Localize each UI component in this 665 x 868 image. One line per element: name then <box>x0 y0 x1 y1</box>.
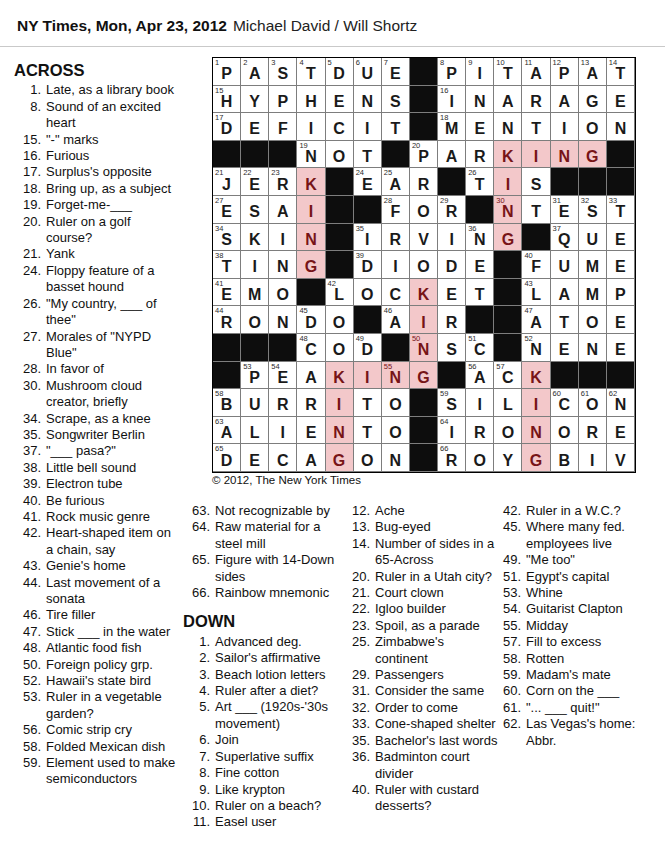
letter-cell[interactable]: I <box>297 113 325 141</box>
clue-item: 53.Ruler in a vegetable garden? <box>14 689 210 722</box>
letter-cell[interactable]: A <box>438 141 466 169</box>
cell-letter: N <box>390 370 402 386</box>
clue-number: 9. <box>183 782 215 798</box>
letter-cell[interactable]: 25A <box>382 168 410 196</box>
clue-item: 57.Fill to excess <box>494 634 662 650</box>
cell-letter: I <box>281 232 285 248</box>
clue-number: 44. <box>14 575 46 608</box>
clue-item: 31.Consider the same <box>343 683 501 699</box>
letter-cell[interactable]: A <box>297 444 325 472</box>
letter-cell[interactable]: C <box>382 279 410 307</box>
letter-cell[interactable]: A <box>494 86 522 114</box>
cell-letter: A <box>558 94 570 110</box>
clue-text: Passengers <box>375 667 499 683</box>
cell-letter: N <box>502 204 514 220</box>
letter-cell[interactable]: R <box>579 417 607 445</box>
cell-letter: T <box>306 66 316 82</box>
letter-cell[interactable]: H <box>297 86 325 114</box>
letter-cell[interactable]: P <box>607 279 635 307</box>
cell-number: 13 <box>581 58 589 67</box>
letter-cell[interactable]: G <box>522 444 550 472</box>
letter-cell[interactable]: I <box>522 389 550 417</box>
letter-cell[interactable]: 48C <box>297 334 325 362</box>
letter-cell[interactable]: N <box>297 224 325 252</box>
letter-cell[interactable]: 46A <box>382 306 410 334</box>
cell-letter: E <box>474 259 485 275</box>
letter-cell[interactable]: 4T <box>297 58 325 86</box>
cell-letter: O <box>361 287 373 303</box>
cell-letter: N <box>502 121 514 137</box>
cell-letter: I <box>449 425 453 441</box>
cell-letter: G <box>502 232 514 248</box>
letter-cell[interactable]: 39D <box>354 251 382 279</box>
letter-cell[interactable]: S <box>438 334 466 362</box>
black-cell <box>326 196 354 224</box>
letter-cell[interactable]: R <box>438 306 466 334</box>
letter-cell[interactable]: E <box>466 251 494 279</box>
letter-cell[interactable]: A <box>551 279 579 307</box>
letter-cell[interactable]: R <box>466 141 494 169</box>
letter-cell[interactable]: E <box>466 113 494 141</box>
cell-letter: E <box>277 370 288 386</box>
letter-cell[interactable]: 37Q <box>551 224 579 252</box>
clue-item: 53.Whine <box>494 585 662 601</box>
cell-letter: R <box>418 177 430 193</box>
letter-cell[interactable]: 10T <box>494 58 522 86</box>
letter-cell[interactable]: C <box>326 113 354 141</box>
letter-cell[interactable]: 24E <box>354 168 382 196</box>
cell-letter: E <box>221 287 232 303</box>
letter-cell[interactable]: 19N <box>297 141 325 169</box>
clue-text: "-" marks <box>46 132 176 148</box>
black-cell <box>213 141 241 169</box>
letter-cell[interactable]: M <box>241 279 269 307</box>
letter-cell[interactable]: O <box>326 334 354 362</box>
cell-number: 44 <box>215 306 223 315</box>
clue-item: 51.Egypt's capital <box>494 569 662 585</box>
cell-number: 43 <box>524 279 532 288</box>
letter-cell[interactable]: T <box>354 389 382 417</box>
letter-cell[interactable]: 28F <box>382 196 410 224</box>
letter-cell[interactable]: B <box>551 444 579 472</box>
letter-cell[interactable]: O <box>354 444 382 472</box>
letter-cell[interactable]: O <box>326 141 354 169</box>
letter-cell[interactable]: O <box>354 279 382 307</box>
letter-cell[interactable]: V <box>410 224 438 252</box>
letter-cell[interactable]: 20P <box>410 141 438 169</box>
clue-item: 14.Number of sides in a 65-Across <box>343 536 501 569</box>
letter-cell[interactable]: 38T <box>213 251 241 279</box>
clue-number: 41. <box>14 509 46 525</box>
clue-number: 48. <box>14 640 46 656</box>
letter-cell[interactable]: E <box>297 417 325 445</box>
cell-letter: I <box>309 204 313 220</box>
letter-cell[interactable]: 42L <box>326 279 354 307</box>
letter-cell[interactable]: R <box>382 224 410 252</box>
clue-item: 20.Ruler in a Utah city? <box>343 569 501 585</box>
letter-cell[interactable]: I <box>269 417 297 445</box>
letter-cell[interactable]: O <box>494 417 522 445</box>
cell-letter: O <box>417 259 429 275</box>
cell-number: 41 <box>215 279 223 288</box>
letter-cell[interactable]: O <box>466 444 494 472</box>
letter-cell[interactable]: M <box>579 251 607 279</box>
letter-cell[interactable]: N <box>326 417 354 445</box>
letter-cell[interactable]: 63A <box>213 417 241 445</box>
letter-cell[interactable]: 7E <box>382 58 410 86</box>
letter-cell[interactable]: R <box>466 417 494 445</box>
letter-cell[interactable]: 26T <box>466 168 494 196</box>
clue-number: 58. <box>14 739 46 755</box>
letter-cell[interactable]: I <box>326 389 354 417</box>
clue-text: Foreign policy grp. <box>46 657 176 673</box>
letter-cell[interactable]: E <box>551 334 579 362</box>
cell-letter: Y <box>503 453 514 469</box>
letter-cell[interactable]: E <box>607 306 635 334</box>
letter-cell[interactable]: I <box>438 224 466 252</box>
cell-letter: T <box>531 121 541 137</box>
cell-letter: S <box>390 94 401 110</box>
letter-cell[interactable]: E <box>241 444 269 472</box>
clue-item: 52.Hawaii's state bird <box>14 673 210 689</box>
letter-cell[interactable]: A <box>269 196 297 224</box>
cell-letter: T <box>475 177 485 193</box>
letter-cell[interactable]: K <box>410 279 438 307</box>
letter-cell[interactable]: O <box>241 306 269 334</box>
letter-cell[interactable]: 15H <box>213 86 241 114</box>
letter-cell[interactable]: C <box>269 444 297 472</box>
cell-number: 40 <box>524 251 532 260</box>
clue-text: Sailor's affirmative <box>215 650 335 666</box>
clue-text: Bring up, as a subject <box>46 181 176 197</box>
letter-cell[interactable]: 17D <box>213 113 241 141</box>
letter-cell[interactable]: 62N <box>607 389 635 417</box>
clue-text: Bug-eyed <box>375 519 499 535</box>
clue-text: Number of sides in a 65-Across <box>375 536 499 569</box>
letter-cell[interactable]: I <box>269 224 297 252</box>
letter-cell[interactable]: 40F <box>522 251 550 279</box>
cell-letter: O <box>586 121 598 137</box>
letter-cell[interactable]: T <box>382 113 410 141</box>
across-header: ACROSS <box>14 62 210 78</box>
letter-cell[interactable]: A <box>551 86 579 114</box>
clue-text: Madam's mate <box>526 667 644 683</box>
title-bar: NY Times, Mon, Apr 23, 2012Michael David… <box>17 17 417 35</box>
cell-letter: O <box>417 204 429 220</box>
cell-number: 23 <box>271 168 279 177</box>
clue-item: 1.Advanced deg. <box>183 634 339 650</box>
clue-number: 57. <box>494 634 526 650</box>
letter-cell[interactable]: 49D <box>354 334 382 362</box>
letter-cell[interactable]: 55N <box>382 362 410 390</box>
letter-cell[interactable]: 61O <box>579 389 607 417</box>
letter-cell[interactable]: K <box>494 141 522 169</box>
letter-cell[interactable]: G <box>410 362 438 390</box>
clue-text: Ruler on a beach? <box>215 798 335 814</box>
clue-text: Guitarist Clapton <box>526 601 644 617</box>
letter-cell[interactable]: O <box>579 306 607 334</box>
letter-cell[interactable]: E <box>607 417 635 445</box>
letter-cell[interactable]: U <box>241 389 269 417</box>
cell-letter: N <box>615 121 627 137</box>
letter-cell[interactable]: K <box>326 362 354 390</box>
letter-cell[interactable]: 31E <box>551 196 579 224</box>
letter-cell[interactable]: I <box>494 168 522 196</box>
letter-cell[interactable]: A <box>297 362 325 390</box>
letter-cell[interactable]: E <box>607 86 635 114</box>
clue-text: Badminton court divider <box>375 749 499 782</box>
letter-cell[interactable]: 41E <box>213 279 241 307</box>
cell-letter: M <box>445 121 458 137</box>
letter-cell[interactable]: K <box>241 224 269 252</box>
letter-cell[interactable]: O <box>579 113 607 141</box>
cell-letter: O <box>389 397 401 413</box>
clue-column-2: 63.Not recognizable by64.Raw material fo… <box>183 503 339 831</box>
letter-cell[interactable]: 14T <box>607 58 635 86</box>
letter-cell[interactable]: O <box>410 196 438 224</box>
letter-cell[interactable]: 53P <box>241 362 269 390</box>
letter-cell[interactable]: 58B <box>213 389 241 417</box>
letter-cell[interactable]: I <box>354 362 382 390</box>
letter-cell[interactable]: O <box>382 417 410 445</box>
letter-cell[interactable]: E <box>607 251 635 279</box>
letter-cell[interactable]: 50N <box>410 334 438 362</box>
cell-letter: E <box>249 121 260 137</box>
cell-letter: R <box>390 232 402 248</box>
clue-item: 58.Folded Mexican dish <box>14 739 210 755</box>
letter-cell[interactable]: R <box>522 86 550 114</box>
letter-cell[interactable]: E <box>607 334 635 362</box>
clue-text: Rainbow mnemonic <box>215 585 335 601</box>
cell-letter: R <box>446 453 458 469</box>
cell-letter: R <box>474 425 486 441</box>
letter-cell[interactable]: I <box>297 196 325 224</box>
crossword-page: NY Times, Mon, Apr 23, 2012Michael David… <box>0 0 665 868</box>
letter-cell[interactable]: K <box>522 362 550 390</box>
letter-cell[interactable]: 60C <box>551 389 579 417</box>
letter-cell[interactable]: 11A <box>522 58 550 86</box>
letter-cell[interactable]: 12P <box>551 58 579 86</box>
clue-text: Easel user <box>215 814 335 830</box>
letter-cell[interactable]: 56A <box>466 362 494 390</box>
letter-cell[interactable]: L <box>494 389 522 417</box>
letter-cell[interactable]: U <box>551 251 579 279</box>
letter-cell[interactable]: O <box>410 251 438 279</box>
letter-cell[interactable]: O <box>269 279 297 307</box>
letter-cell[interactable]: 59S <box>438 389 466 417</box>
letter-cell[interactable]: 36N <box>466 224 494 252</box>
clue-number: 53. <box>14 689 46 722</box>
clue-text: Songwriter Berlin <box>46 427 176 443</box>
clue-text: Hawaii's state bird <box>46 673 176 689</box>
letter-cell[interactable]: 47A <box>522 306 550 334</box>
letter-cell[interactable]: F <box>269 113 297 141</box>
letter-cell[interactable]: K <box>297 168 325 196</box>
cell-letter: N <box>305 149 317 165</box>
letter-cell[interactable]: N <box>269 251 297 279</box>
letter-cell[interactable]: 64I <box>438 417 466 445</box>
letter-cell[interactable]: I <box>241 251 269 279</box>
cell-number: 46 <box>384 306 392 315</box>
letter-cell[interactable]: 16I <box>438 86 466 114</box>
clue-item: 36.Badminton court divider <box>343 749 501 782</box>
letter-cell[interactable]: N <box>354 86 382 114</box>
letter-cell[interactable]: N <box>607 113 635 141</box>
cell-number: 14 <box>609 58 617 67</box>
letter-cell[interactable]: E <box>326 86 354 114</box>
letter-cell[interactable]: I <box>579 444 607 472</box>
cell-number: 22 <box>243 168 251 177</box>
letter-cell[interactable]: R <box>269 389 297 417</box>
letter-cell[interactable]: 21J <box>213 168 241 196</box>
letter-cell[interactable]: 18M <box>438 113 466 141</box>
letter-cell[interactable]: 6U <box>354 58 382 86</box>
letter-cell[interactable]: E <box>241 113 269 141</box>
letter-cell[interactable]: 9I <box>466 58 494 86</box>
letter-cell[interactable]: Y <box>494 444 522 472</box>
clue-text: Where many fed. employees live <box>526 519 644 552</box>
letter-cell[interactable]: G <box>326 444 354 472</box>
letter-cell[interactable]: 51C <box>466 334 494 362</box>
letter-cell[interactable]: U <box>579 224 607 252</box>
letter-cell[interactable]: 57C <box>494 362 522 390</box>
letter-cell[interactable]: M <box>579 279 607 307</box>
letter-cell[interactable]: D <box>438 251 466 279</box>
letter-cell[interactable]: 23R <box>269 168 297 196</box>
cell-letter: L <box>250 425 260 441</box>
cell-letter: E <box>390 66 401 82</box>
cell-letter: K <box>333 370 345 386</box>
copyright-notice: © 2012, The New York Times <box>212 474 361 486</box>
letter-cell[interactable]: 1P <box>213 58 241 86</box>
cell-letter: I <box>365 232 369 248</box>
black-cell <box>438 168 466 196</box>
clue-number: 28. <box>14 361 46 377</box>
cell-letter: I <box>365 121 369 137</box>
clue-number: 65. <box>183 552 215 585</box>
letter-cell[interactable]: V <box>607 444 635 472</box>
letter-cell[interactable]: P <box>269 86 297 114</box>
cell-letter: M <box>248 287 261 303</box>
letter-cell[interactable]: 27E <box>213 196 241 224</box>
black-cell <box>241 141 269 169</box>
letter-cell[interactable]: S <box>241 196 269 224</box>
letter-cell[interactable]: T <box>354 417 382 445</box>
cell-letter: T <box>362 425 372 441</box>
letter-cell[interactable]: T <box>551 306 579 334</box>
letter-cell[interactable]: N <box>466 86 494 114</box>
letter-cell[interactable]: Y <box>241 86 269 114</box>
letter-cell[interactable]: N <box>522 417 550 445</box>
letter-cell[interactable]: E <box>607 224 635 252</box>
cell-number: 33 <box>609 196 617 205</box>
cell-letter: A <box>587 66 599 82</box>
letter-cell[interactable]: G <box>494 224 522 252</box>
letter-cell[interactable]: L <box>241 417 269 445</box>
clue-item: 65.Figure with 14-Down sides <box>183 552 339 585</box>
letter-cell[interactable]: I <box>354 113 382 141</box>
clue-number: 29. <box>343 667 375 683</box>
letter-cell[interactable]: 45D <box>297 306 325 334</box>
letter-cell[interactable]: 43L <box>522 279 550 307</box>
letter-cell[interactable]: 35I <box>354 224 382 252</box>
letter-cell[interactable]: N <box>579 334 607 362</box>
clue-item: 3.Beach lotion letters <box>183 667 339 683</box>
letter-cell[interactable]: T <box>354 141 382 169</box>
cell-letter: O <box>277 287 289 303</box>
letter-cell[interactable]: 52N <box>522 334 550 362</box>
letter-cell[interactable]: 3S <box>269 58 297 86</box>
letter-cell[interactable]: G <box>579 141 607 169</box>
clue-number: 38. <box>14 460 46 476</box>
letter-cell[interactable]: S <box>382 86 410 114</box>
clue-item: 35.Songwriter Berlin <box>14 427 210 443</box>
cell-letter: E <box>334 94 345 110</box>
letter-cell[interactable]: 30N <box>494 196 522 224</box>
letter-cell[interactable]: T <box>466 279 494 307</box>
letter-cell[interactable]: 66R <box>438 444 466 472</box>
letter-cell[interactable]: 22E <box>241 168 269 196</box>
cell-letter: E <box>615 342 626 358</box>
letter-cell[interactable]: I <box>410 306 438 334</box>
letter-cell[interactable]: O <box>326 306 354 334</box>
letter-cell[interactable]: E <box>438 279 466 307</box>
down-header: DOWN <box>183 613 339 629</box>
letter-cell[interactable]: N <box>382 444 410 472</box>
letter-cell[interactable]: 32S <box>579 196 607 224</box>
clue-number: 21. <box>343 585 375 601</box>
letter-cell[interactable]: 13A <box>579 58 607 86</box>
letter-cell[interactable]: R <box>410 168 438 196</box>
cell-letter: E <box>615 94 626 110</box>
letter-cell[interactable]: 5D <box>326 58 354 86</box>
cell-letter: I <box>506 177 510 193</box>
letter-cell[interactable]: I <box>466 389 494 417</box>
letter-cell[interactable]: R <box>297 389 325 417</box>
letter-cell[interactable]: S <box>522 168 550 196</box>
header-divider <box>0 46 665 47</box>
letter-cell[interactable]: O <box>551 417 579 445</box>
cell-letter: F <box>390 204 400 220</box>
letter-cell[interactable]: I <box>551 113 579 141</box>
letter-cell[interactable]: 33T <box>607 196 635 224</box>
letter-cell[interactable]: 2A <box>241 58 269 86</box>
clue-number: 14. <box>343 536 375 569</box>
letter-cell[interactable]: O <box>382 389 410 417</box>
clue-item: 63.Not recognizable by <box>183 503 339 519</box>
letter-cell[interactable]: N <box>269 306 297 334</box>
letter-cell[interactable]: N <box>551 141 579 169</box>
cell-letter: T <box>222 259 232 275</box>
clue-number: 20. <box>14 214 46 247</box>
letter-cell[interactable]: I <box>522 141 550 169</box>
letter-cell[interactable]: T <box>522 196 550 224</box>
clue-text: Rock music genre <box>46 509 176 525</box>
letter-cell[interactable]: N <box>494 113 522 141</box>
letter-cell[interactable]: 65D <box>213 444 241 472</box>
letter-cell[interactable]: T <box>522 113 550 141</box>
letter-cell[interactable]: 8P <box>438 58 466 86</box>
cell-letter: I <box>478 397 482 413</box>
letter-cell[interactable]: 54E <box>269 362 297 390</box>
letter-cell[interactable]: G <box>297 251 325 279</box>
clue-text: "Me too" <box>526 552 644 568</box>
letter-cell[interactable]: 29R <box>438 196 466 224</box>
letter-cell[interactable]: I <box>382 251 410 279</box>
letter-cell[interactable]: 44R <box>213 306 241 334</box>
letter-cell[interactable]: G <box>579 86 607 114</box>
letter-cell[interactable]: 34S <box>213 224 241 252</box>
